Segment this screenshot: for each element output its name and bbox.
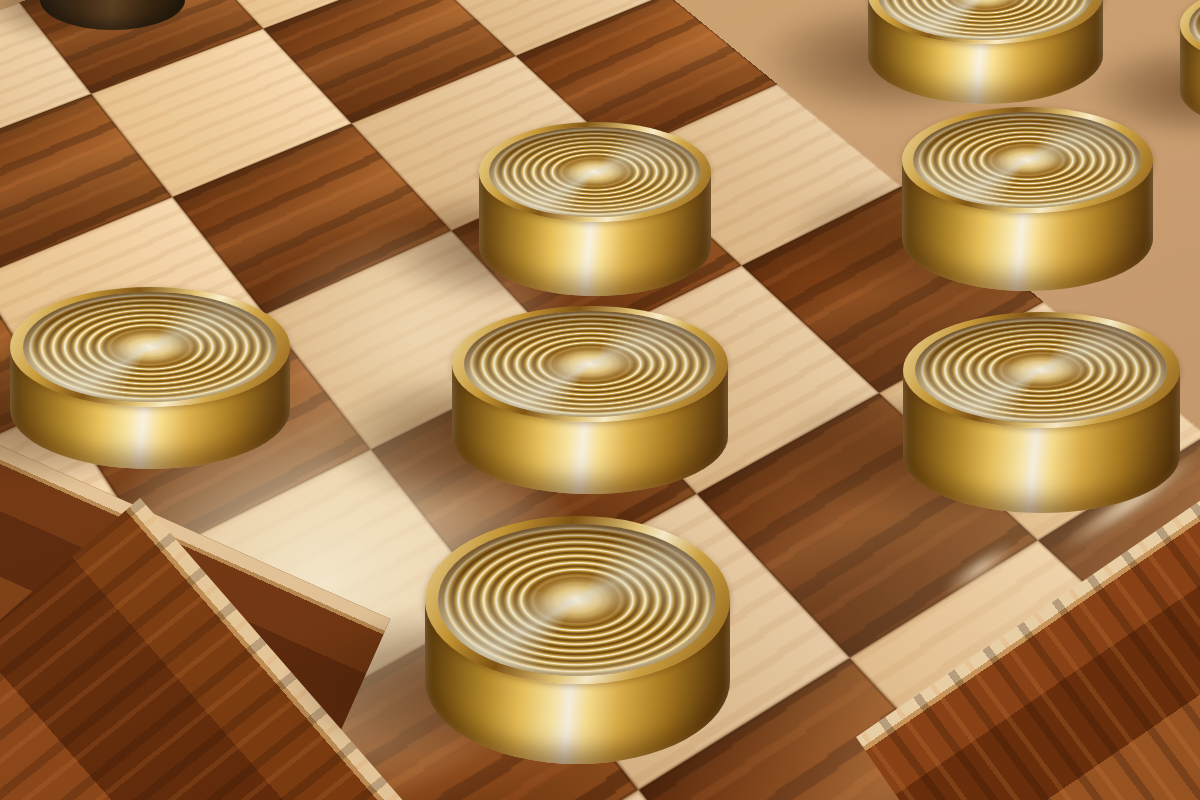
piece-ring-grooves-gold-h xyxy=(438,524,716,677)
piece-ring-grooves-gold-f xyxy=(464,311,715,417)
checker-piece-gold-d[interactable] xyxy=(902,107,1153,212)
checker-piece-gold-e[interactable] xyxy=(10,287,290,407)
photo-stage xyxy=(0,0,1200,800)
piece-ring-grooves-gold-g xyxy=(915,317,1167,423)
checker-piece-gold-h[interactable] xyxy=(425,516,730,684)
checker-piece-gold-f[interactable] xyxy=(452,306,728,422)
piece-ring-grooves-gold-d xyxy=(913,112,1141,208)
piece-ring-grooves-gold-c xyxy=(489,127,700,218)
checker-piece-gold-c[interactable] xyxy=(479,122,711,222)
piece-ring-grooves-gold-e xyxy=(23,292,278,402)
checker-piece-gold-g[interactable] xyxy=(903,312,1180,428)
